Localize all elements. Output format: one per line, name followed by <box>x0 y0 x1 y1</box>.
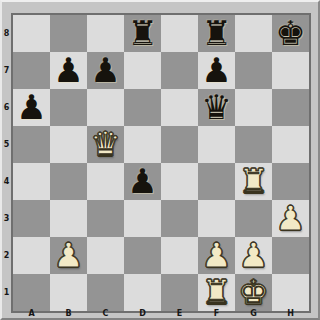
rank-label-6: 6 <box>2 89 11 126</box>
square-c3[interactable] <box>87 200 124 237</box>
square-f1[interactable]: ♜ <box>198 274 235 311</box>
white-pawn-h3[interactable]: ♟ <box>272 200 309 237</box>
square-f7[interactable]: ♟ <box>198 52 235 89</box>
black-pawn-b7[interactable]: ♟ <box>50 52 87 89</box>
square-a4[interactable] <box>13 163 50 200</box>
square-f4[interactable] <box>198 163 235 200</box>
square-g7[interactable] <box>235 52 272 89</box>
square-h3[interactable]: ♟ <box>272 200 309 237</box>
square-g2[interactable]: ♟ <box>235 237 272 274</box>
rank-label-7: 7 <box>2 52 11 89</box>
square-g6[interactable] <box>235 89 272 126</box>
square-f3[interactable] <box>198 200 235 237</box>
square-a8[interactable] <box>13 15 50 52</box>
rank-label-1: 1 <box>2 274 11 311</box>
white-pawn-g2[interactable]: ♟ <box>235 237 272 274</box>
rank-label-3: 3 <box>2 200 11 237</box>
square-d8[interactable]: ♜ <box>124 15 161 52</box>
square-d1[interactable] <box>124 274 161 311</box>
white-rook-g4[interactable]: ♜ <box>235 163 272 200</box>
square-b3[interactable] <box>50 200 87 237</box>
square-h4[interactable] <box>272 163 309 200</box>
black-queen-f6[interactable]: ♛ <box>198 89 235 126</box>
square-b4[interactable] <box>50 163 87 200</box>
square-e6[interactable] <box>161 89 198 126</box>
file-label-b: B <box>50 310 87 318</box>
file-label-e: E <box>161 310 198 318</box>
black-pawn-a6[interactable]: ♟ <box>13 89 50 126</box>
square-g5[interactable] <box>235 126 272 163</box>
square-e5[interactable] <box>161 126 198 163</box>
file-label-c: C <box>87 310 124 318</box>
square-c5[interactable]: ♛ <box>87 126 124 163</box>
square-g8[interactable] <box>235 15 272 52</box>
black-rook-f8[interactable]: ♜ <box>198 15 235 52</box>
rank-labels: 87654321 <box>2 15 11 311</box>
square-e8[interactable] <box>161 15 198 52</box>
square-e2[interactable] <box>161 237 198 274</box>
square-f6[interactable]: ♛ <box>198 89 235 126</box>
square-f2[interactable]: ♟ <box>198 237 235 274</box>
square-b6[interactable] <box>50 89 87 126</box>
square-c1[interactable] <box>87 274 124 311</box>
black-rook-d8[interactable]: ♜ <box>124 15 161 52</box>
white-pawn-f2[interactable]: ♟ <box>198 237 235 274</box>
square-c7[interactable]: ♟ <box>87 52 124 89</box>
square-d3[interactable] <box>124 200 161 237</box>
square-e7[interactable] <box>161 52 198 89</box>
white-king-g1[interactable]: ♚ <box>235 274 272 311</box>
file-label-f: F <box>198 310 235 318</box>
square-h2[interactable] <box>272 237 309 274</box>
rank-label-2: 2 <box>2 237 11 274</box>
white-rook-f1[interactable]: ♜ <box>198 274 235 311</box>
square-c4[interactable] <box>87 163 124 200</box>
file-label-a: A <box>13 310 50 318</box>
square-b2[interactable]: ♟ <box>50 237 87 274</box>
square-d6[interactable] <box>124 89 161 126</box>
rank-label-8: 8 <box>2 15 11 52</box>
file-labels: ABCDEFGH <box>13 310 309 318</box>
square-b8[interactable] <box>50 15 87 52</box>
square-b5[interactable] <box>50 126 87 163</box>
square-a5[interactable] <box>13 126 50 163</box>
square-f5[interactable] <box>198 126 235 163</box>
square-g4[interactable]: ♜ <box>235 163 272 200</box>
file-label-g: G <box>235 310 272 318</box>
square-a7[interactable] <box>13 52 50 89</box>
square-h7[interactable] <box>272 52 309 89</box>
square-e1[interactable] <box>161 274 198 311</box>
square-g3[interactable] <box>235 200 272 237</box>
black-pawn-d4[interactable]: ♟ <box>124 163 161 200</box>
square-c6[interactable] <box>87 89 124 126</box>
chess-board[interactable]: ♜♜♚♟♟♟♟♛♛♟♜♟♟♟♟♜♚ <box>11 13 311 313</box>
square-d2[interactable] <box>124 237 161 274</box>
square-c8[interactable] <box>87 15 124 52</box>
square-b1[interactable] <box>50 274 87 311</box>
square-h8[interactable]: ♚ <box>272 15 309 52</box>
square-a3[interactable] <box>13 200 50 237</box>
square-d4[interactable]: ♟ <box>124 163 161 200</box>
square-h5[interactable] <box>272 126 309 163</box>
square-e4[interactable] <box>161 163 198 200</box>
square-e3[interactable] <box>161 200 198 237</box>
rank-label-4: 4 <box>2 163 11 200</box>
white-pawn-b2[interactable]: ♟ <box>50 237 87 274</box>
square-g1[interactable]: ♚ <box>235 274 272 311</box>
square-c2[interactable] <box>87 237 124 274</box>
square-a6[interactable]: ♟ <box>13 89 50 126</box>
square-d7[interactable] <box>124 52 161 89</box>
square-h6[interactable] <box>272 89 309 126</box>
file-label-h: H <box>272 310 309 318</box>
square-h1[interactable] <box>272 274 309 311</box>
white-queen-c5[interactable]: ♛ <box>87 126 124 163</box>
square-d5[interactable] <box>124 126 161 163</box>
black-king-h8[interactable]: ♚ <box>272 15 309 52</box>
black-pawn-f7[interactable]: ♟ <box>198 52 235 89</box>
file-label-d: D <box>124 310 161 318</box>
square-a2[interactable] <box>13 237 50 274</box>
square-b7[interactable]: ♟ <box>50 52 87 89</box>
square-f8[interactable]: ♜ <box>198 15 235 52</box>
rank-label-5: 5 <box>2 126 11 163</box>
board-frame: 87654321 ♜♜♚♟♟♟♟♛♛♟♜♟♟♟♟♜♚ ABCDEFGH <box>0 0 320 320</box>
black-pawn-c7[interactable]: ♟ <box>87 52 124 89</box>
square-a1[interactable] <box>13 274 50 311</box>
